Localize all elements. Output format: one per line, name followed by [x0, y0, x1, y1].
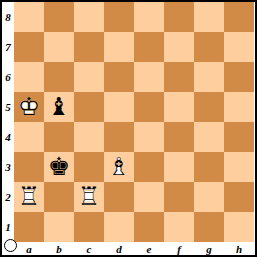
piece-outline: ♖	[75, 183, 103, 211]
file-label-d: d	[104, 242, 134, 255]
square-c6[interactable]	[74, 62, 104, 92]
square-c7[interactable]	[74, 32, 104, 62]
square-f3[interactable]	[164, 152, 194, 182]
square-h7[interactable]	[224, 32, 254, 62]
square-h3[interactable]	[224, 152, 254, 182]
square-c5[interactable]	[74, 92, 104, 122]
square-h6[interactable]	[224, 62, 254, 92]
square-e8[interactable]	[134, 2, 164, 32]
rank-label-7: 7	[2, 32, 14, 62]
chess-diagram: 87654321 ♚♔♝♚♝♗♜♖♜♖ abcdefgh	[0, 0, 257, 257]
white-rook[interactable]: ♜♖	[15, 183, 43, 211]
square-f5[interactable]	[164, 92, 194, 122]
square-b4[interactable]	[44, 122, 74, 152]
square-f6[interactable]	[164, 62, 194, 92]
square-d7[interactable]	[104, 32, 134, 62]
chess-board[interactable]: ♚♔♝♚♝♗♜♖♜♖	[14, 2, 254, 242]
rank-label-5: 5	[2, 92, 14, 122]
piece-glyph: ♝	[45, 93, 73, 121]
file-labels: abcdefgh	[14, 242, 254, 255]
square-a4[interactable]	[14, 122, 44, 152]
square-d4[interactable]	[104, 122, 134, 152]
square-g8[interactable]	[194, 2, 224, 32]
piece-glyph: ♚	[45, 153, 73, 181]
square-a2[interactable]: ♜♖	[14, 182, 44, 212]
black-king[interactable]: ♚	[45, 153, 73, 181]
square-a3[interactable]	[14, 152, 44, 182]
square-a5[interactable]: ♚♔	[14, 92, 44, 122]
square-c2[interactable]: ♜♖	[74, 182, 104, 212]
file-label-b: b	[44, 242, 74, 255]
file-label-a: a	[14, 242, 44, 255]
square-d6[interactable]	[104, 62, 134, 92]
square-d5[interactable]	[104, 92, 134, 122]
square-f1[interactable]	[164, 212, 194, 242]
square-g3[interactable]	[194, 152, 224, 182]
square-b8[interactable]	[44, 2, 74, 32]
square-b3[interactable]: ♚	[44, 152, 74, 182]
square-e5[interactable]	[134, 92, 164, 122]
file-label-h: h	[224, 242, 254, 255]
square-e4[interactable]	[134, 122, 164, 152]
square-h4[interactable]	[224, 122, 254, 152]
piece-outline: ♖	[15, 183, 43, 211]
square-g5[interactable]	[194, 92, 224, 122]
square-b2[interactable]	[44, 182, 74, 212]
piece-outline: ♔	[15, 93, 43, 121]
square-c1[interactable]	[74, 212, 104, 242]
square-e1[interactable]	[134, 212, 164, 242]
square-b6[interactable]	[44, 62, 74, 92]
rank-label-1: 1	[2, 212, 14, 242]
rank-label-2: 2	[2, 182, 14, 212]
file-label-c: c	[74, 242, 104, 255]
square-a1[interactable]	[14, 212, 44, 242]
square-b7[interactable]	[44, 32, 74, 62]
square-b1[interactable]	[44, 212, 74, 242]
square-f7[interactable]	[164, 32, 194, 62]
square-e2[interactable]	[134, 182, 164, 212]
square-e6[interactable]	[134, 62, 164, 92]
square-h2[interactable]	[224, 182, 254, 212]
white-bishop[interactable]: ♝♗	[105, 153, 133, 181]
square-a6[interactable]	[14, 62, 44, 92]
rank-label-3: 3	[2, 152, 14, 182]
square-d8[interactable]	[104, 2, 134, 32]
file-label-f: f	[164, 242, 194, 255]
square-f2[interactable]	[164, 182, 194, 212]
piece-outline: ♗	[105, 153, 133, 181]
square-d3[interactable]: ♝♗	[104, 152, 134, 182]
square-e7[interactable]	[134, 32, 164, 62]
square-f4[interactable]	[164, 122, 194, 152]
rank-label-8: 8	[2, 2, 14, 32]
square-c8[interactable]	[74, 2, 104, 32]
black-bishop[interactable]: ♝	[45, 93, 73, 121]
square-h1[interactable]	[224, 212, 254, 242]
square-g7[interactable]	[194, 32, 224, 62]
square-g4[interactable]	[194, 122, 224, 152]
square-f8[interactable]	[164, 2, 194, 32]
file-label-g: g	[194, 242, 224, 255]
square-a7[interactable]	[14, 32, 44, 62]
square-d2[interactable]	[104, 182, 134, 212]
white-king[interactable]: ♚♔	[15, 93, 43, 121]
square-h8[interactable]	[224, 2, 254, 32]
file-label-e: e	[134, 242, 164, 255]
rank-labels: 87654321	[2, 2, 14, 242]
square-a8[interactable]	[14, 2, 44, 32]
white-rook[interactable]: ♜♖	[75, 183, 103, 211]
square-b5[interactable]: ♝	[44, 92, 74, 122]
white-to-move-indicator	[4, 239, 17, 252]
square-c4[interactable]	[74, 122, 104, 152]
rank-label-6: 6	[2, 62, 14, 92]
rank-label-4: 4	[2, 122, 14, 152]
square-g2[interactable]	[194, 182, 224, 212]
square-d1[interactable]	[104, 212, 134, 242]
square-g1[interactable]	[194, 212, 224, 242]
square-g6[interactable]	[194, 62, 224, 92]
square-h5[interactable]	[224, 92, 254, 122]
square-e3[interactable]	[134, 152, 164, 182]
square-c3[interactable]	[74, 152, 104, 182]
